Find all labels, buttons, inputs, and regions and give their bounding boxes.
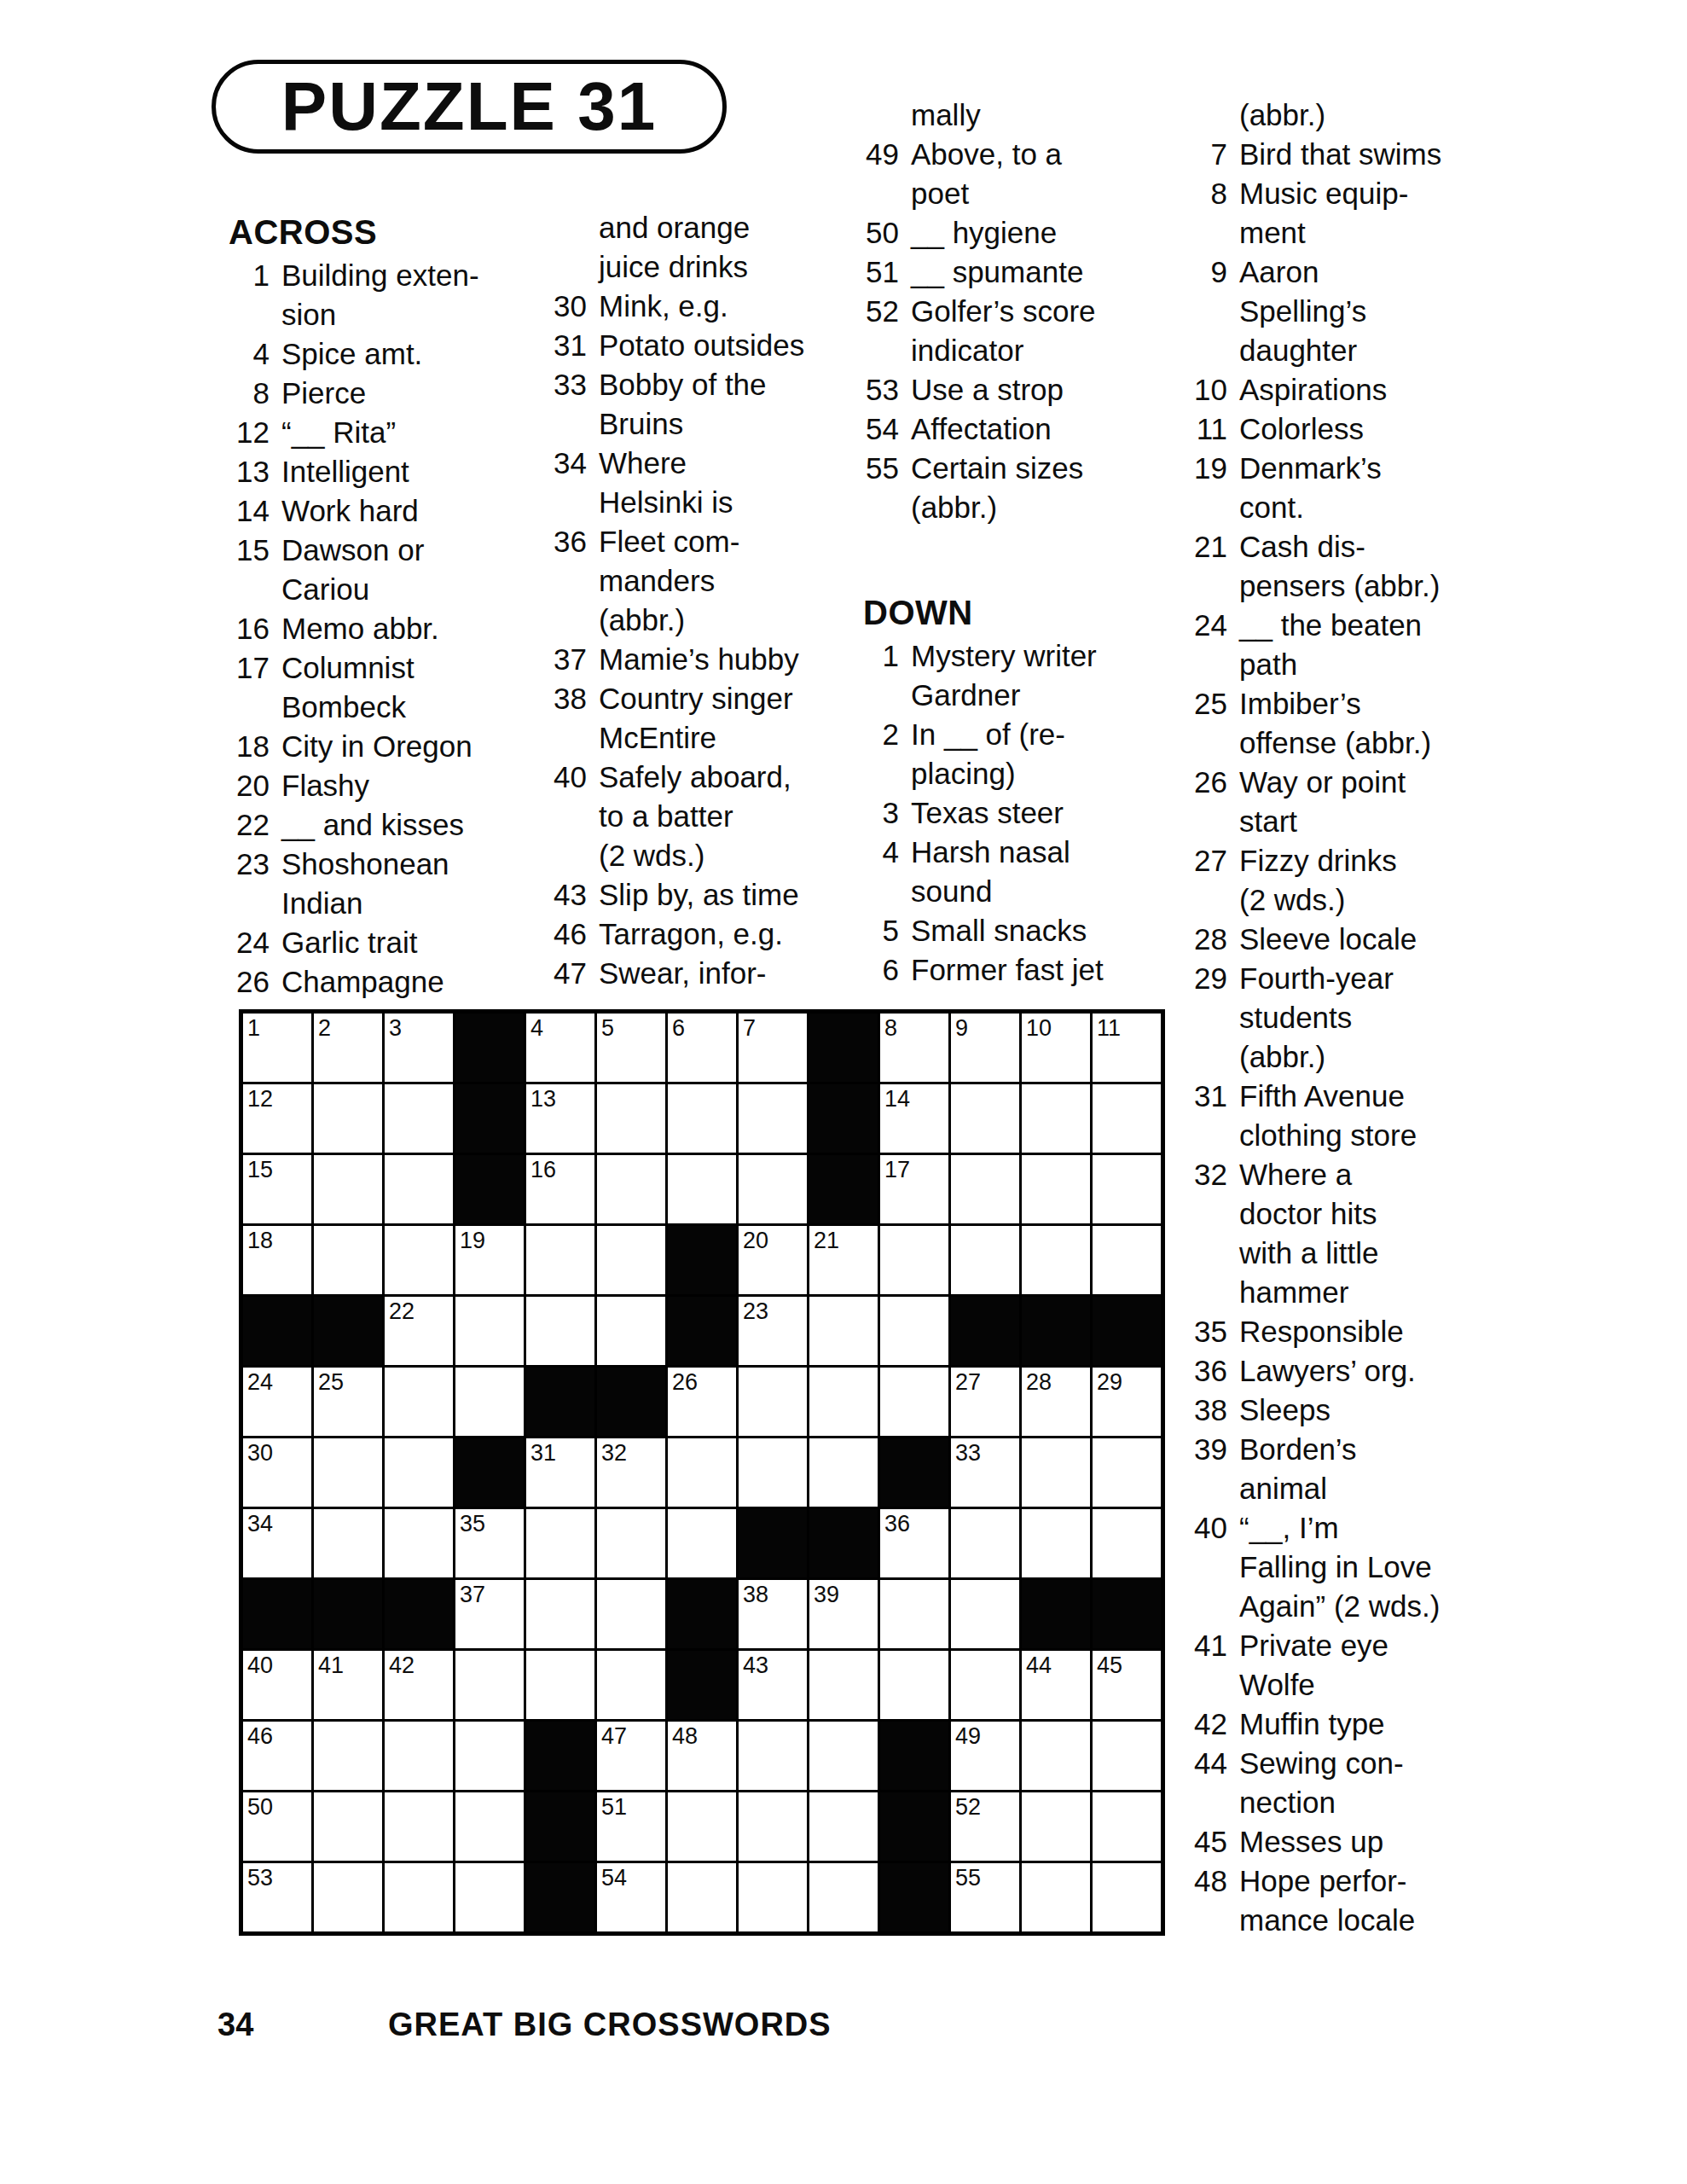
grid-cell-block (455, 1014, 524, 1082)
grid-cell[interactable] (1022, 1155, 1090, 1223)
grid-cell[interactable]: 27 (951, 1368, 1019, 1436)
grid-cell[interactable] (809, 1368, 878, 1436)
clue-number: 22 (229, 805, 270, 845)
grid-cell[interactable]: 28 (1022, 1368, 1090, 1436)
grid-cell[interactable]: 54 (597, 1863, 665, 1931)
grid-cell[interactable] (880, 1226, 948, 1294)
clue-item: 7Bird that swims (1190, 135, 1531, 174)
grid-cell[interactable] (314, 1792, 382, 1861)
clue-number: 20 (229, 766, 270, 805)
grid-cell[interactable] (1022, 1863, 1090, 1931)
cell-number: 31 (530, 1440, 556, 1466)
cell-number: 25 (318, 1369, 344, 1395)
puzzle-title: PUZZLE 31 (281, 67, 657, 146)
puzzle-title-badge: PUZZLE 31 (212, 60, 727, 154)
grid-cell[interactable] (951, 1226, 1019, 1294)
clue-number: 40 (1190, 1508, 1227, 1626)
down-header: DOWN (863, 589, 1196, 636)
grid-cell[interactable] (597, 1297, 665, 1365)
grid-cell[interactable] (597, 1580, 665, 1648)
grid-cell-block (1093, 1297, 1161, 1365)
clue-number: 8 (229, 374, 270, 413)
grid-cell[interactable]: 36 (880, 1509, 948, 1577)
grid-cell-block (455, 1438, 524, 1507)
clue-item: 31Fifth Avenue clothing store (1190, 1077, 1531, 1155)
grid-cell-block (455, 1155, 524, 1223)
clue-item: 27Fizzy drinks (2 wds.) (1190, 841, 1531, 920)
clue-number: 34 (530, 444, 587, 522)
grid-cell[interactable]: 8 (880, 1014, 948, 1082)
clue-item: 5Small snacks (863, 911, 1196, 950)
grid-cell[interactable] (1093, 1226, 1161, 1294)
clue-number: 54 (863, 409, 899, 449)
clue-text: (abbr.) (1239, 96, 1325, 135)
clue-number: 55 (863, 449, 899, 527)
grid-cell[interactable] (880, 1297, 948, 1365)
grid-cell[interactable]: 6 (668, 1014, 736, 1082)
clue-number: 1 (863, 636, 899, 715)
clue-item: 36Lawyers’ org. (1190, 1351, 1531, 1391)
grid-cell[interactable] (951, 1509, 1019, 1577)
clue-item: 40“__, I’m Falling in Love Again” (2 wds… (1190, 1508, 1531, 1626)
grid-cell[interactable] (809, 1297, 878, 1365)
clue-number: 4 (863, 833, 899, 911)
grid-cell[interactable]: 18 (243, 1226, 311, 1294)
grid-cell[interactable]: 46 (243, 1722, 311, 1790)
clue-text: “__ Rita” (281, 413, 396, 452)
cell-number: 50 (247, 1794, 273, 1820)
cell-number: 10 (1026, 1015, 1052, 1041)
grid-cell[interactable] (314, 1226, 382, 1294)
book-title: GREAT BIG CROSSWORDS (388, 2007, 832, 2043)
grid-cell[interactable] (1022, 1084, 1090, 1153)
grid-cell[interactable] (526, 1509, 594, 1577)
clue-text: Champagne (281, 962, 444, 1002)
clue-item: 50__ hygiene (863, 213, 1196, 253)
grid-cell[interactable] (385, 1438, 453, 1507)
grid-cell[interactable]: 44 (1022, 1651, 1090, 1719)
clue-number: 3 (863, 793, 899, 833)
grid-cell[interactable]: 13 (526, 1084, 594, 1153)
clue-number: 31 (1190, 1077, 1227, 1155)
clue-item: 4Harsh nasal sound (863, 833, 1196, 911)
grid-cell[interactable] (385, 1722, 453, 1790)
grid-cell[interactable] (880, 1651, 948, 1719)
grid-cell-block (880, 1722, 948, 1790)
grid-cell[interactable] (597, 1509, 665, 1577)
grid-cell[interactable] (314, 1084, 382, 1153)
grid-cell[interactable] (809, 1651, 878, 1719)
grid-cell[interactable]: 19 (455, 1226, 524, 1294)
grid-cell[interactable]: 14 (880, 1084, 948, 1153)
clue-number: 33 (530, 365, 587, 444)
clue-number: 40 (530, 758, 587, 875)
grid-cell[interactable]: 10 (1022, 1014, 1090, 1082)
clue-text: Lawyers’ org. (1239, 1351, 1416, 1391)
clue-text: Former fast jet (911, 950, 1104, 990)
clue-item: 19Denmark’s cont. (1190, 449, 1531, 527)
grid-cell[interactable]: 34 (243, 1509, 311, 1577)
clue-text: Certain sizes (abbr.) (911, 449, 1083, 527)
grid-cell[interactable]: 11 (1093, 1014, 1161, 1082)
cell-number: 5 (601, 1015, 614, 1041)
grid-cell[interactable] (668, 1155, 736, 1223)
grid-cell[interactable] (739, 1084, 807, 1153)
clue-number: 43 (530, 875, 587, 915)
grid-cell-block (739, 1509, 807, 1577)
grid-cell[interactable] (1093, 1792, 1161, 1861)
grid-cell[interactable]: 35 (455, 1509, 524, 1577)
cell-number: 30 (247, 1440, 273, 1466)
grid-cell-block (880, 1438, 948, 1507)
cell-number: 13 (530, 1086, 556, 1112)
clue-text: Denmark’s cont. (1239, 449, 1382, 527)
grid-cell[interactable] (385, 1863, 453, 1931)
cell-number: 43 (743, 1653, 768, 1678)
clue-number: 50 (863, 213, 899, 253)
grid-cell[interactable] (526, 1297, 594, 1365)
cell-number: 51 (601, 1794, 627, 1820)
clue-text: __ spumante (911, 253, 1083, 292)
grid-cell[interactable]: 20 (739, 1226, 807, 1294)
clue-item: 30Mink, e.g. (530, 287, 872, 326)
grid-cell[interactable] (1022, 1438, 1090, 1507)
clue-text: Tarragon, e.g. (599, 915, 783, 954)
clue-text: Fizzy drinks (2 wds.) (1239, 841, 1397, 920)
clue-text: Mystery writer Gardner (911, 636, 1097, 715)
clue-number: 53 (863, 370, 899, 409)
grid-cell[interactable] (385, 1368, 453, 1436)
grid-cell[interactable] (739, 1863, 807, 1931)
grid-cell[interactable] (1093, 1509, 1161, 1577)
grid-cell[interactable] (739, 1438, 807, 1507)
clue-number: 49 (863, 135, 899, 213)
grid-cell-block (668, 1651, 736, 1719)
grid-cell-block (809, 1509, 878, 1577)
clue-text: Sewing con- nection (1239, 1744, 1404, 1822)
clue-number: 11 (1190, 409, 1227, 449)
cell-number: 37 (460, 1582, 485, 1607)
grid-cell[interactable] (668, 1863, 736, 1931)
clue-number: 13 (229, 452, 270, 491)
clue-text: Private eye Wolfe (1239, 1626, 1388, 1705)
grid-cell[interactable] (597, 1155, 665, 1223)
grid-cell[interactable] (385, 1509, 453, 1577)
clue-item: 11Colorless (1190, 409, 1531, 449)
grid-cell[interactable] (1093, 1155, 1161, 1223)
grid-cell[interactable]: 2 (314, 1014, 382, 1082)
clue-item: 43Slip by, as time (530, 875, 872, 915)
crossword-grid: 1234567891011121314151617181920212223242… (239, 1009, 1165, 1936)
clue-number: 12 (229, 413, 270, 452)
clue-item: 51__ spumante (863, 253, 1196, 292)
grid-cell-block (809, 1084, 878, 1153)
clue-item: 36Fleet com- manders (abbr.) (530, 522, 872, 640)
grid-cell[interactable]: 49 (951, 1722, 1019, 1790)
cell-number: 48 (672, 1723, 698, 1749)
cell-number: 16 (530, 1157, 556, 1182)
grid-cell[interactable] (1093, 1438, 1161, 1507)
grid-cell[interactable]: 9 (951, 1014, 1019, 1082)
cell-number: 26 (672, 1369, 698, 1395)
grid-cell[interactable]: 31 (526, 1438, 594, 1507)
clue-column-4: (abbr.)7Bird that swims8Music equip- men… (1190, 96, 1531, 1940)
grid-cell[interactable] (314, 1155, 382, 1223)
clue-column-2: and orange juice drinks30Mink, e.g.31Pot… (530, 208, 872, 993)
cell-number: 9 (955, 1015, 968, 1041)
clue-number: 27 (1190, 841, 1227, 920)
grid-cell[interactable] (455, 1863, 524, 1931)
clue-text: Harsh nasal sound (911, 833, 1070, 911)
grid-cell[interactable] (314, 1438, 382, 1507)
grid-cell[interactable] (455, 1368, 524, 1436)
grid-cell[interactable] (739, 1368, 807, 1436)
clue-number: 36 (1190, 1351, 1227, 1391)
grid-cell-block (668, 1580, 736, 1648)
grid-cell-block (1093, 1580, 1161, 1648)
clue-number: 41 (1190, 1626, 1227, 1705)
grid-cell[interactable]: 23 (739, 1297, 807, 1365)
grid-cell[interactable]: 43 (739, 1651, 807, 1719)
grid-cell[interactable] (526, 1651, 594, 1719)
clue-number: 17 (229, 648, 270, 727)
grid-cell[interactable] (597, 1084, 665, 1153)
grid-cell[interactable]: 17 (880, 1155, 948, 1223)
clue-text: Aspirations (1239, 370, 1387, 409)
cell-number: 17 (884, 1157, 910, 1182)
clue-number: 2 (863, 715, 899, 793)
grid-cell[interactable] (809, 1792, 878, 1861)
grid-cell[interactable] (455, 1297, 524, 1365)
clue-number: 19 (1190, 449, 1227, 527)
grid-cell[interactable] (668, 1438, 736, 1507)
grid-cell[interactable]: 4 (526, 1014, 594, 1082)
grid-cell[interactable] (951, 1651, 1019, 1719)
grid-cell[interactable]: 45 (1093, 1651, 1161, 1719)
grid-cell[interactable] (314, 1509, 382, 1577)
grid-cell[interactable]: 5 (597, 1014, 665, 1082)
clue-text: Affectation (911, 409, 1052, 449)
grid-cell[interactable]: 3 (385, 1014, 453, 1082)
grid-cell[interactable]: 42 (385, 1651, 453, 1719)
cell-number: 36 (884, 1511, 910, 1536)
grid-cell-block (455, 1084, 524, 1153)
grid-cell[interactable]: 7 (739, 1014, 807, 1082)
grid-cell[interactable]: 55 (951, 1863, 1019, 1931)
grid-cell[interactable]: 24 (243, 1368, 311, 1436)
grid-cell[interactable]: 22 (385, 1297, 453, 1365)
grid-cell-block (385, 1580, 453, 1648)
clue-number: 48 (1190, 1862, 1227, 1940)
clue-number: 6 (863, 950, 899, 990)
clue-number: 38 (1190, 1391, 1227, 1430)
clue-text: __ the beaten path (1239, 606, 1422, 684)
grid-cell[interactable]: 33 (951, 1438, 1019, 1507)
clue-item: 34Where Helsinki is (530, 444, 872, 522)
grid-cell[interactable] (385, 1226, 453, 1294)
clue-number: 10 (1190, 370, 1227, 409)
clue-text: In __ of (re- placing) (911, 715, 1065, 793)
clue-number: 39 (1190, 1430, 1227, 1508)
cell-number: 32 (601, 1440, 627, 1466)
grid-cell-block (526, 1863, 594, 1931)
grid-cell[interactable] (597, 1226, 665, 1294)
clue-number: 38 (530, 679, 587, 758)
clue-item: 52Golfer’s score indicator (863, 292, 1196, 370)
clue-text: Safely aboard, to a batter (2 wds.) (599, 758, 791, 875)
clue-number: 44 (1190, 1744, 1227, 1822)
grid-cell[interactable] (526, 1226, 594, 1294)
cell-number: 2 (318, 1015, 331, 1041)
grid-cell[interactable] (739, 1722, 807, 1790)
cell-number: 11 (1097, 1015, 1121, 1041)
clue-number: 28 (1190, 920, 1227, 959)
clue-number: 35 (1190, 1312, 1227, 1351)
grid-cell[interactable] (314, 1863, 382, 1931)
clue-text: Borden’s animal (1239, 1430, 1357, 1508)
cell-number: 55 (955, 1865, 981, 1891)
grid-cell[interactable] (1093, 1722, 1161, 1790)
grid-cell[interactable]: 47 (597, 1722, 665, 1790)
clue-number: 45 (1190, 1822, 1227, 1862)
grid-cell[interactable]: 48 (668, 1722, 736, 1790)
clue-item: 55Certain sizes (abbr.) (863, 449, 1196, 527)
grid-cell[interactable] (455, 1792, 524, 1861)
grid-cell[interactable] (314, 1722, 382, 1790)
clue-text: Responsible (1239, 1312, 1404, 1351)
grid-cell[interactable]: 53 (243, 1863, 311, 1931)
grid-cell[interactable]: 12 (243, 1084, 311, 1153)
grid-cell-block (1022, 1297, 1090, 1365)
grid-cell[interactable] (385, 1792, 453, 1861)
grid-cell[interactable] (1093, 1084, 1161, 1153)
grid-cell[interactable]: 37 (455, 1580, 524, 1648)
grid-cell[interactable] (739, 1792, 807, 1861)
grid-cell[interactable] (1022, 1226, 1090, 1294)
grid-cell[interactable]: 16 (526, 1155, 594, 1223)
grid-cell[interactable]: 26 (668, 1368, 736, 1436)
grid-cell[interactable] (668, 1509, 736, 1577)
grid-cell[interactable] (880, 1368, 948, 1436)
grid-cell[interactable]: 15 (243, 1155, 311, 1223)
grid-cell[interactable] (526, 1580, 594, 1648)
cell-number: 29 (1097, 1369, 1122, 1395)
grid-cell[interactable]: 39 (809, 1580, 878, 1648)
grid-cell[interactable] (951, 1580, 1019, 1648)
clue-text: Where Helsinki is (599, 444, 733, 522)
clue-item: 53Use a strop (863, 370, 1196, 409)
grid-cell[interactable] (385, 1155, 453, 1223)
grid-cell[interactable]: 25 (314, 1368, 382, 1436)
clue-text: Slip by, as time (599, 875, 799, 915)
clue-text: Garlic trait (281, 923, 417, 962)
clue-item: 42Muffin type (1190, 1705, 1531, 1744)
clue-item: 38Country singer McEntire (530, 679, 872, 758)
grid-cell-block (809, 1155, 878, 1223)
grid-cell[interactable] (455, 1722, 524, 1790)
grid-cell[interactable] (455, 1651, 524, 1719)
grid-cell[interactable] (809, 1438, 878, 1507)
clue-item: 44Sewing con- nection (1190, 1744, 1531, 1822)
grid-cell[interactable] (668, 1792, 736, 1861)
clue-text: Building exten- sion (281, 256, 479, 334)
clue-number: 30 (530, 287, 587, 326)
clue-number: 5 (863, 911, 899, 950)
grid-cell-block (880, 1863, 948, 1931)
clue-text: Fifth Avenue clothing store (1239, 1077, 1417, 1155)
cell-number: 3 (389, 1015, 402, 1041)
clue-text: Muffin type (1239, 1705, 1385, 1744)
clue-number: 8 (1190, 174, 1227, 253)
clue-text: Messes up (1239, 1822, 1383, 1862)
clue-text: Work hard (281, 491, 419, 531)
grid-cell[interactable] (597, 1651, 665, 1719)
cell-number: 44 (1026, 1653, 1052, 1678)
clue-item: 37Mamie’s hubby (530, 640, 872, 679)
grid-cell[interactable] (809, 1863, 878, 1931)
grid-cell[interactable] (951, 1155, 1019, 1223)
grid-cell[interactable] (1093, 1863, 1161, 1931)
grid-cell[interactable]: 51 (597, 1792, 665, 1861)
clue-text: Bobby of the Bruins (599, 365, 767, 444)
clue-item: and orange juice drinks (530, 208, 872, 287)
grid-cell-block (243, 1297, 311, 1365)
clue-number: 52 (863, 292, 899, 370)
grid-cell[interactable]: 21 (809, 1226, 878, 1294)
cell-number: 23 (743, 1298, 768, 1324)
clue-number: 46 (530, 915, 587, 954)
clue-text: Cash dis- pensers (abbr.) (1239, 527, 1440, 606)
grid-cell[interactable] (809, 1722, 878, 1790)
clue-item: 46Tarragon, e.g. (530, 915, 872, 954)
clue-item: (abbr.) (1190, 96, 1531, 135)
clue-text: Above, to a poet (911, 135, 1062, 213)
grid-cell[interactable] (739, 1155, 807, 1223)
clue-item: 48Hope perfor- mance locale (1190, 1862, 1531, 1940)
grid-cell[interactable]: 1 (243, 1014, 311, 1082)
clue-number (1190, 96, 1227, 135)
grid-cell[interactable] (951, 1084, 1019, 1153)
clue-number (863, 96, 899, 135)
grid-cell[interactable]: 32 (597, 1438, 665, 1507)
grid-cell[interactable] (1022, 1792, 1090, 1861)
grid-cell[interactable] (668, 1084, 736, 1153)
grid-cell[interactable] (385, 1084, 453, 1153)
clue-number: 16 (229, 609, 270, 648)
grid-cell[interactable] (1022, 1722, 1090, 1790)
grid-cell[interactable]: 52 (951, 1792, 1019, 1861)
grid-cell-block (526, 1722, 594, 1790)
clue-item: 40Safely aboard, to a batter (2 wds.) (530, 758, 872, 875)
grid-cell[interactable] (1022, 1509, 1090, 1577)
grid-cell[interactable]: 29 (1093, 1368, 1161, 1436)
grid-cell[interactable]: 40 (243, 1651, 311, 1719)
clue-text: and orange juice drinks (599, 208, 750, 287)
clue-item: 28Sleeve locale (1190, 920, 1531, 959)
clue-text: Music equip- ment (1239, 174, 1408, 253)
grid-cell[interactable]: 30 (243, 1438, 311, 1507)
clue-text: Memo abbr. (281, 609, 439, 648)
clue-text: Mamie’s hubby (599, 640, 799, 679)
grid-cell[interactable]: 38 (739, 1580, 807, 1648)
grid-cell[interactable]: 50 (243, 1792, 311, 1861)
grid-cell[interactable]: 41 (314, 1651, 382, 1719)
clue-item: 35Responsible (1190, 1312, 1531, 1351)
clue-text: Potato outsides (599, 326, 804, 365)
cell-number: 38 (743, 1582, 768, 1607)
grid-cell[interactable] (880, 1580, 948, 1648)
grid-cell-block (880, 1792, 948, 1861)
